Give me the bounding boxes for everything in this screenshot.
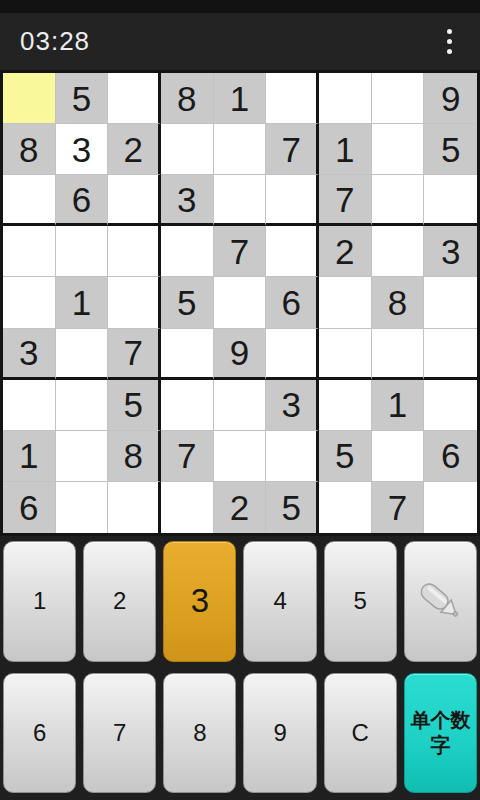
cell-r4c7[interactable]: 2 [319,226,372,277]
cell-r8c5[interactable] [214,431,267,482]
cell-r1c2[interactable]: 5 [56,73,109,124]
cell-r9c9[interactable] [424,482,477,533]
cell-r1c4[interactable]: 8 [161,73,214,124]
cell-r9c8[interactable]: 7 [372,482,425,533]
key-7-label: 7 [113,719,126,747]
key-6-label: 6 [33,719,46,747]
cell-r5c8[interactable]: 8 [372,277,425,328]
key-5-label: 5 [354,587,367,615]
cell-r5c7[interactable] [319,277,372,328]
status-bar [0,0,480,13]
single-digit-mode-button[interactable]: 单个数字 [404,673,477,794]
cell-r7c5[interactable] [214,380,267,431]
cell-r8c9[interactable]: 6 [424,431,477,482]
cell-r2c6[interactable]: 7 [266,124,319,175]
cell-r8c3[interactable]: 8 [108,431,161,482]
key-1-label: 1 [33,587,46,615]
key-6[interactable]: 6 [3,673,76,794]
key-3-label: 3 [191,582,209,620]
cell-r1c8[interactable] [372,73,425,124]
cell-r7c8[interactable]: 1 [372,380,425,431]
cell-r7c1[interactable] [3,380,56,431]
key-5[interactable]: 5 [324,541,397,662]
cell-r6c7[interactable] [319,329,372,380]
cell-r7c7[interactable] [319,380,372,431]
cell-r4c2[interactable] [56,226,109,277]
key-3-selected[interactable]: 3 [163,541,236,662]
cell-r6c9[interactable] [424,329,477,380]
cell-r2c5[interactable] [214,124,267,175]
cell-r1c9[interactable]: 9 [424,73,477,124]
cell-r3c1[interactable] [3,175,56,226]
cell-r3c8[interactable] [372,175,425,226]
cell-r4c1[interactable] [3,226,56,277]
cell-r4c4[interactable] [161,226,214,277]
cell-r3c2[interactable]: 6 [56,175,109,226]
cell-r3c7[interactable]: 7 [319,175,372,226]
cell-r4c5[interactable]: 7 [214,226,267,277]
cell-r2c7[interactable]: 1 [319,124,372,175]
cell-r9c7[interactable] [319,482,372,533]
cell-r7c4[interactable] [161,380,214,431]
key-1[interactable]: 1 [3,541,76,662]
sudoku-board: 58198327156377231568379531187566257 [0,70,480,536]
cell-r6c2[interactable] [56,329,109,380]
cell-r4c6[interactable] [266,226,319,277]
cell-r9c1[interactable]: 6 [3,482,56,533]
cell-r5c3[interactable] [108,277,161,328]
cell-r8c6[interactable] [266,431,319,482]
pencil-key[interactable] [404,541,477,662]
cell-r7c9[interactable] [424,380,477,431]
cell-r5c2[interactable]: 1 [56,277,109,328]
cell-r5c1[interactable] [3,277,56,328]
overflow-menu-icon[interactable] [432,22,466,62]
cell-r9c2[interactable] [56,482,109,533]
single-digit-mode-label: 单个数字 [409,708,472,758]
cell-r9c4[interactable] [161,482,214,533]
cell-r2c3[interactable]: 2 [108,124,161,175]
game-timer: 03:28 [20,26,90,57]
key-8-label: 8 [193,719,206,747]
cell-r3c4[interactable]: 3 [161,175,214,226]
cell-r2c4[interactable] [161,124,214,175]
key-7[interactable]: 7 [83,673,156,794]
cell-r6c8[interactable] [372,329,425,380]
key-clear-label: C [352,719,369,747]
key-4-label: 4 [273,587,286,615]
key-8[interactable]: 8 [163,673,236,794]
key-9-label: 9 [273,719,286,747]
cell-r6c4[interactable] [161,329,214,380]
cell-r9c6[interactable]: 5 [266,482,319,533]
cell-r3c5[interactable] [214,175,267,226]
cell-r3c6[interactable] [266,175,319,226]
cell-r6c3[interactable]: 7 [108,329,161,380]
cell-r5c4[interactable]: 5 [161,277,214,328]
cell-r8c1[interactable]: 1 [3,431,56,482]
cell-r3c3[interactable] [108,175,161,226]
cell-r1c1[interactable] [3,73,56,124]
cell-r8c7[interactable]: 5 [319,431,372,482]
cell-r5c9[interactable] [424,277,477,328]
cell-r5c5[interactable] [214,277,267,328]
cell-r6c5[interactable]: 9 [214,329,267,380]
key-2-label: 2 [113,587,126,615]
cell-r1c5[interactable]: 1 [214,73,267,124]
number-keypad: 1 2 3 4 5 6 7 8 9 [0,536,480,800]
cell-r3c9[interactable] [424,175,477,226]
cell-r1c3[interactable] [108,73,161,124]
cell-r9c3[interactable] [108,482,161,533]
cell-r2c1[interactable]: 8 [3,124,56,175]
cell-r8c2[interactable] [56,431,109,482]
cell-r8c8[interactable] [372,431,425,482]
cell-r7c6[interactable]: 3 [266,380,319,431]
cell-r8c4[interactable]: 7 [161,431,214,482]
key-2[interactable]: 2 [83,541,156,662]
action-bar: 03:28 [0,13,480,70]
key-9[interactable]: 9 [243,673,316,794]
cell-r9c5[interactable]: 2 [214,482,267,533]
cell-r1c6[interactable] [266,73,319,124]
cell-r7c3[interactable]: 5 [108,380,161,431]
cell-r2c9[interactable]: 5 [424,124,477,175]
cell-r4c9[interactable]: 3 [424,226,477,277]
cell-r4c3[interactable] [108,226,161,277]
cell-r6c1[interactable]: 3 [3,329,56,380]
cell-r4c8[interactable] [372,226,425,277]
key-clear[interactable]: C [324,673,397,794]
key-4[interactable]: 4 [243,541,316,662]
pencil-icon [413,574,467,628]
cell-r7c2[interactable] [56,380,109,431]
cell-r1c7[interactable] [319,73,372,124]
cell-r5c6[interactable]: 6 [266,277,319,328]
cell-r2c8[interactable] [372,124,425,175]
cell-r2c2[interactable]: 3 [56,124,109,175]
cell-r6c6[interactable] [266,329,319,380]
